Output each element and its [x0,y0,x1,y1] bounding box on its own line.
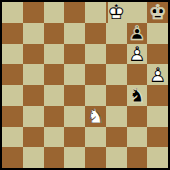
square-a7[interactable] [2,23,23,44]
square-h4[interactable] [147,85,168,106]
square-b4[interactable] [23,85,44,106]
square-a2[interactable] [2,127,23,148]
square-e2[interactable] [85,127,106,148]
square-c8[interactable] [44,2,65,23]
square-e4[interactable] [85,85,106,106]
square-h1[interactable] [147,147,168,168]
black-knight-g4[interactable]: ♞♘ [127,85,148,106]
square-g6[interactable]: ♟♙ [127,44,148,65]
square-g1[interactable] [127,147,148,168]
square-f7[interactable] [106,23,127,44]
square-c4[interactable] [44,85,65,106]
chess-board: ♚♔♚♔♟♙♟♙♟♙♞♘♞♘ [2,2,168,168]
square-a6[interactable] [2,44,23,65]
square-b8[interactable] [23,2,44,23]
square-b5[interactable] [23,64,44,85]
square-d1[interactable] [64,147,85,168]
square-g7[interactable]: ♟♙ [127,23,148,44]
square-a8[interactable] [2,2,23,23]
square-g3[interactable] [127,106,148,127]
square-f6[interactable] [106,44,127,65]
square-c2[interactable] [44,127,65,148]
square-b6[interactable] [23,44,44,65]
white-pawn-outline-icon: ♙ [149,64,167,84]
black-knight-outline-icon: ♘ [128,85,146,105]
square-c6[interactable] [44,44,65,65]
white-pawn-h5[interactable]: ♟♙ [147,64,168,85]
white-pawn-g6[interactable]: ♟♙ [127,44,148,65]
white-king-f8[interactable]: ♚♔ [106,2,127,23]
square-d6[interactable] [64,44,85,65]
square-d3[interactable] [64,106,85,127]
square-a3[interactable] [2,106,23,127]
square-h8[interactable]: ♚♔ [147,2,168,23]
square-f4[interactable] [106,85,127,106]
chess-board-frame: ♚♔♚♔♟♙♟♙♟♙♞♘♞♘ [0,0,170,170]
square-e5[interactable] [85,64,106,85]
square-f3[interactable] [106,106,127,127]
black-king-h8[interactable]: ♚♔ [147,2,168,23]
white-knight-outline-icon: ♘ [86,106,104,126]
square-d4[interactable] [64,85,85,106]
white-knight-e3[interactable]: ♞♘ [85,106,106,127]
square-d2[interactable] [64,127,85,148]
square-h3[interactable] [147,106,168,127]
square-c5[interactable] [44,64,65,85]
square-b2[interactable] [23,127,44,148]
square-e8[interactable] [85,2,106,23]
black-king-outline-icon: ♔ [149,2,167,22]
square-g8[interactable] [127,2,148,23]
square-e1[interactable] [85,147,106,168]
square-a1[interactable] [2,147,23,168]
square-c3[interactable] [44,106,65,127]
square-d5[interactable] [64,64,85,85]
square-b7[interactable] [23,23,44,44]
square-a4[interactable] [2,85,23,106]
square-h5[interactable]: ♟♙ [147,64,168,85]
square-e3[interactable]: ♞♘ [85,106,106,127]
white-pawn-outline-icon: ♙ [128,44,146,64]
square-b3[interactable] [23,106,44,127]
square-g4[interactable]: ♞♘ [127,85,148,106]
black-pawn-g7[interactable]: ♟♙ [127,23,148,44]
square-e7[interactable] [85,23,106,44]
black-pawn-outline-icon: ♙ [128,23,146,43]
square-f2[interactable] [106,127,127,148]
square-f8[interactable]: ♚♔ [106,2,127,23]
square-f1[interactable] [106,147,127,168]
square-e6[interactable] [85,44,106,65]
square-d8[interactable] [64,2,85,23]
square-g2[interactable] [127,127,148,148]
square-g5[interactable] [127,64,148,85]
square-c1[interactable] [44,147,65,168]
square-h2[interactable] [147,127,168,148]
square-h7[interactable] [147,23,168,44]
square-f5[interactable] [106,64,127,85]
white-king-outline-icon: ♔ [107,2,125,22]
square-h6[interactable] [147,44,168,65]
square-c7[interactable] [44,23,65,44]
square-d7[interactable] [64,23,85,44]
square-a5[interactable] [2,64,23,85]
square-b1[interactable] [23,147,44,168]
